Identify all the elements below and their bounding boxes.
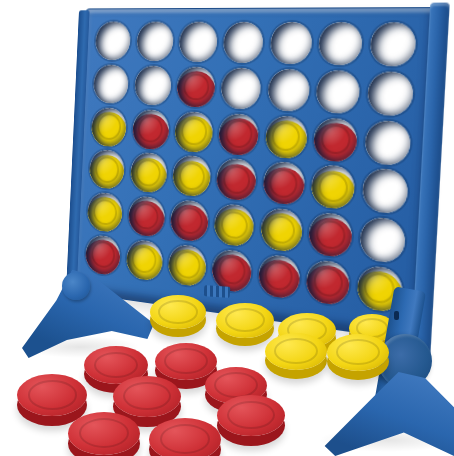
left-leg-hub <box>62 272 90 300</box>
red-disc: ● <box>128 195 166 238</box>
yellow-disc: ● <box>130 152 168 194</box>
disc-glyph: ● <box>265 115 308 159</box>
yellow-disc: ● <box>214 203 255 248</box>
red-disc: ● <box>176 66 215 107</box>
disc-glyph: ● <box>130 152 168 194</box>
cell-r6c5[interactable]: ● <box>256 251 303 301</box>
cell-r3c5[interactable]: ● <box>263 113 311 160</box>
disc-glyph: ● <box>174 111 213 153</box>
yellow-disc: ● <box>311 164 356 210</box>
connect-four-scene: ●●●●●●●●●●●●●●●●●●●●●●●●●● <box>0 0 454 456</box>
floor-disc-red[interactable] <box>68 412 140 455</box>
empty-hole <box>136 22 174 62</box>
disc-glyph: ● <box>216 158 257 202</box>
cell-r2c5[interactable] <box>265 67 313 113</box>
empty-hole <box>267 69 310 112</box>
cell-r2c3[interactable]: ● <box>174 65 218 109</box>
board-frame: ●●●●●●●●●●●●●●●●●●●●●●●●●● <box>72 7 437 342</box>
empty-hole <box>93 64 129 104</box>
cell-r1c1[interactable] <box>93 21 133 63</box>
floor-disc-yellow[interactable] <box>150 295 206 329</box>
cell-r3c2[interactable]: ● <box>130 107 172 151</box>
empty-hole <box>316 70 361 114</box>
empty-hole <box>359 216 406 264</box>
cell-r5c6[interactable]: ● <box>306 210 356 260</box>
disc-glyph: ● <box>170 199 209 243</box>
disc-glyph: ● <box>219 113 260 156</box>
empty-hole <box>318 22 363 66</box>
cell-r5c3[interactable]: ● <box>168 197 211 244</box>
empty-hole <box>178 22 218 63</box>
cell-r6c1[interactable]: ● <box>83 232 123 277</box>
yellow-disc: ● <box>87 191 123 233</box>
empty-hole <box>95 22 131 61</box>
floor-disc-ring <box>160 424 210 454</box>
disc-glyph: ● <box>258 253 301 300</box>
floor-disc-ring <box>274 338 317 364</box>
floor-disc-ring <box>79 418 129 448</box>
connect-four-board: ●●●●●●●●●●●●●●●●●●●●●●●●●● <box>72 7 437 342</box>
cell-r5c4[interactable]: ● <box>212 201 257 249</box>
red-disc: ● <box>258 253 301 300</box>
empty-hole <box>364 119 411 165</box>
red-disc: ● <box>313 117 358 162</box>
red-disc: ● <box>308 211 353 258</box>
cell-r2c7[interactable] <box>364 70 416 118</box>
disc-glyph: ● <box>311 164 356 210</box>
disc-glyph: ● <box>128 195 166 238</box>
yellow-disc: ● <box>89 149 125 190</box>
cell-r1c2[interactable] <box>134 21 176 63</box>
cell-r2c2[interactable] <box>132 64 174 107</box>
cell-r3c6[interactable]: ● <box>311 116 361 164</box>
disc-glyph: ● <box>214 203 255 248</box>
yellow-disc: ● <box>174 111 213 153</box>
floor-disc-red[interactable] <box>217 395 285 436</box>
cell-r3c4[interactable]: ● <box>216 111 262 157</box>
empty-hole <box>270 22 313 65</box>
disc-glyph: ● <box>306 258 351 306</box>
bottom-rail-clip <box>204 285 231 298</box>
yellow-disc: ● <box>126 238 164 281</box>
cell-r4c2[interactable]: ● <box>128 151 170 196</box>
disc-glyph: ● <box>176 66 215 107</box>
yellow-disc: ● <box>260 207 303 253</box>
disc-glyph: ● <box>172 155 211 198</box>
empty-hole <box>134 65 172 106</box>
cell-r2c1[interactable] <box>91 63 131 105</box>
empty-hole <box>361 168 408 215</box>
red-disc: ● <box>85 234 121 276</box>
right-leg-slot <box>394 311 399 320</box>
empty-hole <box>221 67 262 109</box>
disc-glyph: ● <box>308 211 353 258</box>
floor-disc-ring <box>158 300 197 324</box>
disc-glyph: ● <box>262 161 305 206</box>
cell-r5c1[interactable]: ● <box>85 190 125 235</box>
cell-r4c1[interactable]: ● <box>87 148 127 192</box>
disc-glyph: ● <box>168 243 207 287</box>
cell-r5c5[interactable]: ● <box>258 206 305 255</box>
floor-disc-red[interactable] <box>155 343 217 380</box>
floor-disc-yellow[interactable] <box>265 333 327 370</box>
cell-r3c7[interactable] <box>362 118 414 167</box>
floor-disc-ring <box>94 352 139 379</box>
cell-r4c4[interactable]: ● <box>214 156 259 203</box>
cell-r2c4[interactable] <box>219 66 265 111</box>
floor-disc-ring <box>28 380 77 409</box>
floor-disc-ring <box>225 308 266 333</box>
red-disc: ● <box>219 113 260 156</box>
disc-glyph: ● <box>87 191 123 233</box>
disc-glyph: ● <box>126 238 164 281</box>
cell-r5c7[interactable] <box>356 214 408 265</box>
cell-r4c5[interactable]: ● <box>260 160 308 208</box>
cell-r2c6[interactable] <box>313 68 363 115</box>
floor-disc-ring <box>123 382 171 411</box>
red-disc: ● <box>170 199 209 243</box>
floor-disc-red[interactable] <box>113 376 181 417</box>
disc-glyph: ● <box>85 234 121 276</box>
cell-r3c3[interactable]: ● <box>172 109 216 154</box>
floor-disc-ring <box>227 401 275 430</box>
cell-r3c1[interactable]: ● <box>89 105 129 148</box>
floor-disc-yellow[interactable] <box>216 303 274 338</box>
floor-disc-ring <box>336 339 379 365</box>
red-disc: ● <box>132 109 170 150</box>
cell-r1c6[interactable] <box>316 21 366 67</box>
cell-r1c3[interactable] <box>176 21 220 64</box>
yellow-disc: ● <box>91 107 127 147</box>
floor-disc-red[interactable] <box>149 418 221 456</box>
cell-r1c5[interactable] <box>267 21 315 66</box>
grid: ●●●●●●●●●●●●●●●●●●●●●●●●●● <box>83 21 419 315</box>
cell-r4c7[interactable] <box>359 166 411 216</box>
disc-glyph: ● <box>89 149 125 190</box>
empty-hole <box>367 71 414 116</box>
yellow-disc: ● <box>265 115 308 159</box>
yellow-disc: ● <box>168 243 207 287</box>
cell-r1c7[interactable] <box>367 21 419 69</box>
yellow-disc: ● <box>172 155 211 198</box>
cell-r1c4[interactable] <box>221 21 267 65</box>
floor-disc-ring <box>164 348 207 374</box>
empty-hole <box>223 22 264 64</box>
cell-r4c3[interactable]: ● <box>170 153 213 199</box>
cell-r4c6[interactable]: ● <box>308 163 358 212</box>
disc-glyph: ● <box>132 109 170 150</box>
disc-glyph: ● <box>91 107 127 147</box>
red-disc: ● <box>306 258 351 306</box>
cell-r6c2[interactable]: ● <box>124 237 165 283</box>
cell-r6c6[interactable]: ● <box>304 257 353 308</box>
disc-glyph: ● <box>260 207 303 253</box>
floor-disc-red[interactable] <box>17 374 87 416</box>
cell-r5c2[interactable]: ● <box>126 194 168 240</box>
empty-hole <box>369 23 416 68</box>
disc-glyph: ● <box>313 117 358 162</box>
red-disc: ● <box>262 161 305 206</box>
cell-r6c3[interactable]: ● <box>166 241 209 288</box>
floor-disc-yellow[interactable] <box>327 334 389 371</box>
red-disc: ● <box>216 158 257 202</box>
